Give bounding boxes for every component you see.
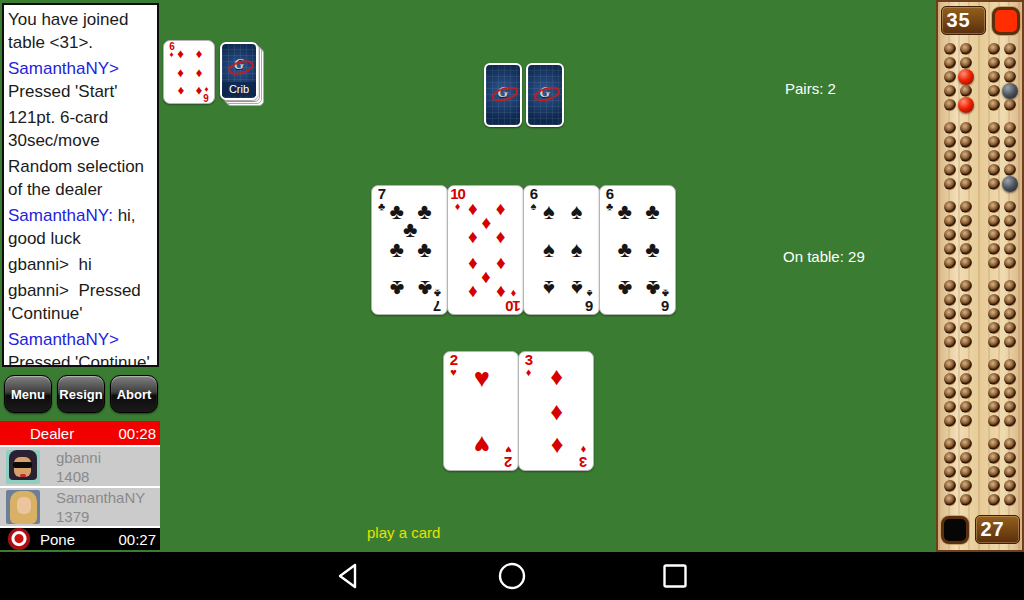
cribbage-board: 35 27 (936, 0, 1024, 552)
board-row-27 (942, 451, 1018, 465)
peg-hole (1004, 164, 1016, 176)
player-row-gbanni: gbanni 1408 (0, 445, 160, 486)
peg-hole (944, 294, 956, 306)
peg-hole (988, 164, 1000, 176)
status-panel: Dealer 00:28 gbanni 1408 SamanthaNY 1379… (0, 421, 160, 550)
peg-hole (960, 178, 972, 190)
peg-hole (960, 494, 972, 506)
peg-hole (988, 229, 1000, 241)
card-6S: 6♠6♠♠♠♠♠♠♠ (523, 185, 600, 315)
black-player-square (941, 516, 969, 544)
red-peg (958, 69, 974, 85)
android-navbar (0, 552, 1024, 600)
play-prompt-text: play a card (367, 524, 440, 541)
player-rating: 1379 (56, 507, 145, 526)
peg-hole (960, 322, 972, 334)
board-row-4 (942, 84, 1018, 98)
peg-hole (1004, 280, 1016, 292)
peg-hole (1004, 322, 1016, 334)
peg-hole (944, 178, 956, 190)
peg-hole (988, 387, 1000, 399)
red-score-box: 35 (941, 6, 986, 35)
card-10D: 10♦10♦♦♦♦♦♦♦♦♦♦♦ (447, 185, 524, 315)
peg-hole (960, 452, 972, 464)
peg-hole (960, 415, 972, 427)
board-row-7 (942, 135, 1018, 149)
peg-hole (960, 480, 972, 492)
peg-hole (944, 85, 956, 97)
board-row-8 (942, 149, 1018, 163)
peg-hole (944, 257, 956, 269)
board-row-3 (942, 70, 1018, 84)
pairs-score-text: Pairs: 2 (785, 80, 836, 97)
peg-hole (1004, 257, 1016, 269)
black-peg (1002, 176, 1018, 192)
peg-hole (988, 373, 1000, 385)
peg-hole (1004, 243, 1016, 255)
peg-hole (960, 71, 972, 83)
card-6C: 6♣6♣♣♣♣♣♣♣ (599, 185, 676, 315)
recents-icon[interactable] (660, 561, 690, 591)
peg-hole (944, 57, 956, 69)
peg-hole (960, 257, 972, 269)
board-row-12 (942, 214, 1018, 228)
peg-hole (960, 122, 972, 134)
chat-message: gbanni> Pressed 'Continue' (8, 279, 153, 325)
peg-hole (1004, 308, 1016, 320)
peg-hole (944, 71, 956, 83)
peg-hole (988, 71, 1000, 83)
black-peg (1002, 83, 1018, 99)
board-row-13 (942, 228, 1018, 242)
peg-hole (1004, 71, 1016, 83)
peg-hole (1004, 480, 1016, 492)
chat-message: You have joined table <31>. (8, 8, 153, 54)
opponent-card-back: G (526, 63, 564, 127)
peg-hole (944, 415, 956, 427)
peg-hole (1004, 150, 1016, 162)
action-button-row: Menu Resign Abort (4, 375, 158, 413)
peg-hole (988, 257, 1000, 269)
crib-stack: G Crib (220, 42, 264, 106)
card-3D[interactable]: 3♦3♦♦♦♦ (518, 351, 594, 471)
board-row-22 (942, 372, 1018, 386)
card-6D: 6♦6♦♦♦♦♦♦♦ (163, 40, 215, 104)
peg-hole (1004, 359, 1016, 371)
peg-hole (1004, 99, 1016, 111)
chat-message: 121pt. 6-card 30sec/move (8, 106, 153, 152)
opponent-hand: G G (484, 63, 564, 127)
peg-hole (988, 415, 1000, 427)
chat-message: Random selection of the dealer (8, 155, 153, 201)
peg-hole (1004, 373, 1016, 385)
chat-message: SamanthaNY> Pressed 'Continue' (8, 328, 153, 367)
peg-hole (1004, 229, 1016, 241)
board-row-21 (942, 358, 1018, 372)
board-row-15 (942, 256, 1018, 270)
peg-hole (960, 57, 972, 69)
peg-hole (1004, 201, 1016, 213)
pone-timer: 00:27 (118, 531, 156, 548)
board-row-17 (942, 293, 1018, 307)
chat-message: SamanthaNY> Pressed 'Start' (8, 57, 153, 103)
peg-hole (988, 150, 1000, 162)
peg-hole (988, 99, 1000, 111)
chat-log-panel[interactable]: You have joined table <31>.SamanthaNY> P… (2, 3, 159, 367)
peg-hole (988, 359, 1000, 371)
peg-hole (960, 308, 972, 320)
peg-hole (960, 373, 972, 385)
peg-hole (944, 322, 956, 334)
peg-hole (988, 43, 1000, 55)
crib-label: Crib (222, 82, 256, 96)
back-icon[interactable] (334, 561, 364, 591)
player-hand-row: 2♥2♥♥♥3♦3♦♦♦♦ (443, 351, 594, 471)
peg-hole (944, 480, 956, 492)
black-score-box: 27 (975, 515, 1020, 544)
pone-timer-bar: Pone 00:27 (0, 526, 160, 550)
peg-hole (944, 401, 956, 413)
cribbage-app-screen: You have joined table <31>.SamanthaNY> P… (0, 0, 1024, 600)
record-dot-icon (8, 528, 30, 550)
peg-hole (944, 122, 956, 134)
board-row-6 (942, 121, 1018, 135)
peg-hole (988, 336, 1000, 348)
peg-hole (960, 201, 972, 213)
peg-hole (988, 122, 1000, 134)
chat-message: gbanni> hi (8, 253, 153, 276)
abort-button[interactable]: Abort (110, 375, 158, 413)
board-row-20 (942, 335, 1018, 349)
peg-hole (988, 243, 1000, 255)
dealer-timer: 00:28 (118, 425, 156, 442)
peg-hole (1004, 466, 1016, 478)
peg-hole (1004, 494, 1016, 506)
board-row-19 (942, 321, 1018, 335)
peg-hole (944, 280, 956, 292)
dealer-label: Dealer (30, 425, 74, 442)
board-row-1 (942, 42, 1018, 56)
peg-hole (944, 494, 956, 506)
home-icon[interactable] (497, 561, 527, 591)
peg-hole (944, 336, 956, 348)
red-peg (958, 97, 974, 113)
opponent-card-back: G (484, 63, 522, 127)
board-row-14 (942, 242, 1018, 256)
board-row-24 (942, 400, 1018, 414)
peg-hole (960, 401, 972, 413)
pone-label: Pone (40, 531, 75, 548)
peg-hole (988, 178, 1000, 190)
peg-hole (944, 243, 956, 255)
board-row-29 (942, 479, 1018, 493)
peg-hole (960, 99, 972, 111)
peg-hole (988, 215, 1000, 227)
peg-hole (960, 43, 972, 55)
board-row-28 (942, 465, 1018, 479)
peg-hole (988, 294, 1000, 306)
peg-hole (944, 359, 956, 371)
peg-hole (960, 466, 972, 478)
board-row-10 (942, 177, 1018, 191)
peg-hole (988, 452, 1000, 464)
peg-hole (988, 438, 1000, 450)
peg-hole (988, 494, 1000, 506)
avatar-gbanni (6, 450, 40, 484)
peg-hole (944, 373, 956, 385)
board-row-16 (942, 279, 1018, 293)
card-back-logo-icon: G (540, 84, 551, 101)
chat-message: SamanthaNY: hi, good luck (8, 204, 153, 250)
peg-hole (1004, 136, 1016, 148)
board-row-26 (942, 437, 1018, 451)
card-2H[interactable]: 2♥2♥♥♥ (443, 351, 519, 471)
card-back-logo-icon: G (234, 57, 244, 73)
peg-hole (1004, 387, 1016, 399)
peg-hole (1004, 85, 1016, 97)
peg-hole (1004, 57, 1016, 69)
board-row-9 (942, 163, 1018, 177)
peg-hole (988, 201, 1000, 213)
board-row-18 (942, 307, 1018, 321)
peg-hole (960, 359, 972, 371)
peg-hole (1004, 438, 1016, 450)
peg-hole (1004, 415, 1016, 427)
peg-hole (944, 229, 956, 241)
crib-card-back: G Crib (220, 42, 258, 100)
peg-hole (1004, 452, 1016, 464)
peg-hole (944, 308, 956, 320)
board-row-23 (942, 386, 1018, 400)
on-table-count-text: On table: 29 (783, 248, 865, 265)
played-cards-row: 7♣7♣♣♣♣♣♣♣♣10♦10♦♦♦♦♦♦♦♦♦♦♦6♠6♠♠♠♠♠♠♠6♣6… (371, 185, 676, 315)
peg-hole (960, 243, 972, 255)
board-row-11 (942, 200, 1018, 214)
peg-hole (944, 136, 956, 148)
peg-hole (988, 280, 1000, 292)
peg-hole (960, 336, 972, 348)
avatar-samanthany (6, 490, 40, 524)
peg-hole (988, 57, 1000, 69)
peg-hole (944, 43, 956, 55)
peg-hole (988, 308, 1000, 320)
player-row-samanthany: SamanthaNY 1379 (0, 486, 160, 526)
dealer-timer-bar: Dealer 00:28 (0, 421, 160, 445)
peg-hole (944, 438, 956, 450)
peg-hole (944, 164, 956, 176)
red-player-square (992, 7, 1020, 35)
peg-hole (988, 401, 1000, 413)
peg-hole (1004, 43, 1016, 55)
menu-button[interactable]: Menu (4, 375, 52, 413)
peg-hole (944, 99, 956, 111)
peg-hole (944, 387, 956, 399)
peg-hole (1004, 336, 1016, 348)
peg-hole (988, 480, 1000, 492)
peg-hole (944, 201, 956, 213)
peg-hole (960, 215, 972, 227)
peg-hole (960, 387, 972, 399)
peg-hole (944, 466, 956, 478)
peg-hole (944, 150, 956, 162)
peg-hole (988, 85, 1000, 97)
peg-hole (960, 280, 972, 292)
player-name: SamanthaNY (56, 488, 145, 507)
peg-hole (960, 229, 972, 241)
peg-hole (960, 85, 972, 97)
peg-hole (988, 136, 1000, 148)
peg-hole (960, 294, 972, 306)
peg-hole (988, 322, 1000, 334)
resign-button[interactable]: Resign (57, 375, 105, 413)
peg-holes (942, 42, 1018, 507)
peg-hole (1004, 122, 1016, 134)
peg-hole (1004, 401, 1016, 413)
peg-hole (960, 438, 972, 450)
peg-hole (960, 136, 972, 148)
peg-hole (944, 452, 956, 464)
peg-hole (960, 164, 972, 176)
peg-hole (1004, 178, 1016, 190)
peg-hole (988, 466, 1000, 478)
board-row-2 (942, 56, 1018, 70)
card-back-logo-icon: G (498, 84, 509, 101)
player-rating: 1408 (56, 467, 101, 486)
board-row-30 (942, 493, 1018, 507)
player-name: gbanni (56, 448, 101, 467)
peg-hole (1004, 215, 1016, 227)
peg-hole (960, 150, 972, 162)
card-7C: 7♣7♣♣♣♣♣♣♣♣ (371, 185, 448, 315)
peg-hole (1004, 294, 1016, 306)
board-row-25 (942, 414, 1018, 428)
peg-hole (944, 215, 956, 227)
board-row-5 (942, 98, 1018, 112)
